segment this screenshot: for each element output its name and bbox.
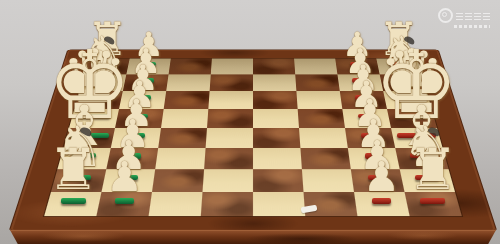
square-b2 <box>123 74 169 91</box>
square-d4 <box>207 109 253 128</box>
watermark-row <box>438 8 496 23</box>
square-c7 <box>340 91 387 109</box>
square-c4 <box>208 91 253 109</box>
watermark-glyph-block <box>483 11 490 20</box>
knight-mane-accent <box>403 35 415 46</box>
square-h4 <box>201 192 253 216</box>
square-a6 <box>294 59 337 75</box>
square-g1 <box>51 169 106 192</box>
square-a5 <box>253 59 295 75</box>
watermark-cjk-text-blocks <box>456 11 490 20</box>
square-e6 <box>299 128 348 148</box>
square-f5 <box>253 148 302 169</box>
square-g3 <box>152 169 204 192</box>
square-g6 <box>302 169 354 192</box>
square-d7 <box>342 109 391 128</box>
watermark-logo-icon <box>438 8 453 23</box>
square-f2 <box>106 148 158 169</box>
watermark-subtext-line <box>454 25 490 28</box>
square-d8 <box>387 109 437 128</box>
board-grid <box>44 59 462 217</box>
square-f1 <box>57 148 110 169</box>
square-f3 <box>155 148 205 169</box>
square-a2 <box>126 59 170 75</box>
square-a3 <box>169 59 212 75</box>
watermark-glyph-block <box>474 11 481 20</box>
square-a8 <box>376 59 422 75</box>
square-f6 <box>300 148 350 169</box>
square-d6 <box>298 109 345 128</box>
square-d2 <box>115 109 164 128</box>
square-b3 <box>166 74 211 91</box>
square-e2 <box>111 128 161 148</box>
square-b4 <box>210 74 253 91</box>
square-g8 <box>400 169 455 192</box>
square-e7 <box>345 128 395 148</box>
square-e1 <box>63 128 115 148</box>
knight-mane-accent <box>103 35 115 46</box>
square-h2 <box>96 192 152 216</box>
square-c3 <box>164 91 210 109</box>
square-g5 <box>253 169 304 192</box>
board-front-edge <box>10 230 496 244</box>
square-h8 <box>405 192 462 216</box>
chess-board <box>10 50 496 231</box>
square-b6 <box>295 74 340 91</box>
square-c6 <box>296 91 342 109</box>
watermark <box>438 8 496 28</box>
square-b7 <box>337 74 383 91</box>
square-b5 <box>253 74 296 91</box>
square-c2 <box>119 91 166 109</box>
square-e4 <box>206 128 253 148</box>
square-e8 <box>391 128 443 148</box>
square-f8 <box>395 148 448 169</box>
square-h5 <box>253 192 305 216</box>
square-g2 <box>101 169 155 192</box>
square-h7 <box>354 192 410 216</box>
square-h1 <box>44 192 101 216</box>
square-b8 <box>380 74 427 91</box>
square-d3 <box>161 109 208 128</box>
square-a1 <box>84 59 130 75</box>
square-d1 <box>69 109 119 128</box>
watermark-glyph-block <box>456 11 463 20</box>
square-g4 <box>202 169 253 192</box>
square-c8 <box>383 91 431 109</box>
square-f4 <box>204 148 253 169</box>
square-e3 <box>158 128 207 148</box>
square-c5 <box>253 91 298 109</box>
square-h3 <box>149 192 203 216</box>
auction-photo: ♜♞♝♛♚♝♞♜♟♟♟♟♟♟♟♟♟♟♟♟♟♟♟♟♜♞♝♛♚♝♞♜ <box>0 0 500 244</box>
square-c1 <box>74 91 122 109</box>
square-a7 <box>335 59 379 75</box>
square-h6 <box>304 192 358 216</box>
square-b1 <box>79 74 126 91</box>
square-g7 <box>351 169 405 192</box>
square-e5 <box>253 128 300 148</box>
square-d5 <box>253 109 299 128</box>
square-f7 <box>348 148 400 169</box>
square-a4 <box>211 59 253 75</box>
watermark-glyph-block <box>465 11 472 20</box>
